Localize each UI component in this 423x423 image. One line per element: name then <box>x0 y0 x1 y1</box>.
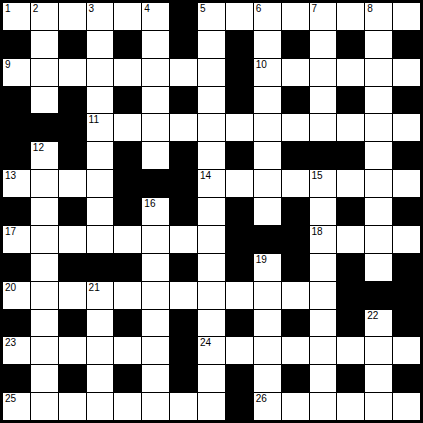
cell-r9c3[interactable] <box>59 226 86 253</box>
cell-r11c3[interactable] <box>59 282 86 309</box>
clue-number: 5 <box>200 3 206 14</box>
cell-r2c14[interactable] <box>365 31 392 58</box>
clue-number: 22 <box>367 310 378 321</box>
clue-number: 2 <box>33 3 39 14</box>
cell-r7c3[interactable] <box>59 170 86 197</box>
clue-number: 17 <box>5 226 16 237</box>
clue-number: 19 <box>256 254 267 265</box>
cell-r3c10[interactable]: 10 <box>254 59 281 86</box>
cell-r1c3[interactable] <box>59 3 86 30</box>
cell-r5c14[interactable] <box>365 114 392 141</box>
cell-r15c5[interactable] <box>114 393 141 420</box>
cell-r14c10[interactable] <box>254 365 281 392</box>
black-cell-r6c7 <box>170 142 197 169</box>
black-cell-r12c9 <box>226 310 253 337</box>
cell-r5c8[interactable] <box>198 114 225 141</box>
cell-r11c8[interactable] <box>198 282 225 309</box>
black-cell-r6c1 <box>3 142 30 169</box>
cell-r14c12[interactable] <box>310 365 337 392</box>
black-cell-r8c13 <box>337 198 364 225</box>
cell-r15c6[interactable] <box>142 393 169 420</box>
black-cell-r2c9 <box>226 31 253 58</box>
cell-r14c8[interactable] <box>198 365 225 392</box>
black-cell-r12c1 <box>3 310 30 337</box>
cell-r8c14[interactable] <box>365 198 392 225</box>
clue-number: 21 <box>89 282 100 293</box>
cell-r4c14[interactable] <box>365 87 392 114</box>
cell-r1c2[interactable]: 2 <box>31 3 58 30</box>
cell-r3c6[interactable] <box>142 59 169 86</box>
black-cell-r4c11 <box>282 87 309 114</box>
cell-r8c8[interactable] <box>198 198 225 225</box>
black-cell-r4c7 <box>170 87 197 114</box>
cell-r9c2[interactable] <box>31 226 58 253</box>
cell-r14c14[interactable] <box>365 365 392 392</box>
cell-r7c4[interactable] <box>87 170 114 197</box>
cell-r14c6[interactable] <box>142 365 169 392</box>
cell-r3c13[interactable] <box>337 59 364 86</box>
cell-r9c12[interactable]: 18 <box>310 226 337 253</box>
cell-r9c4[interactable] <box>87 226 114 253</box>
black-cell-r14c15 <box>393 365 420 392</box>
black-cell-r2c5 <box>114 31 141 58</box>
clue-number: 9 <box>5 59 11 70</box>
cell-r7c12[interactable]: 15 <box>310 170 337 197</box>
cell-r11c9[interactable] <box>226 282 253 309</box>
black-cell-r4c13 <box>337 87 364 114</box>
cell-r2c12[interactable] <box>310 31 337 58</box>
cell-r13c6[interactable] <box>142 337 169 364</box>
black-cell-r12c11 <box>282 310 309 337</box>
clue-number: 3 <box>89 3 95 14</box>
black-cell-r7c7 <box>170 170 197 197</box>
cell-r5c11[interactable] <box>282 114 309 141</box>
cell-r3c7[interactable] <box>170 59 197 86</box>
cell-r15c1[interactable]: 25 <box>3 393 30 420</box>
black-cell-r9c11 <box>282 226 309 253</box>
cell-r13c1[interactable]: 23 <box>3 337 30 364</box>
cell-r15c8[interactable] <box>198 393 225 420</box>
cell-r5c9[interactable] <box>226 114 253 141</box>
cell-r15c11[interactable] <box>282 393 309 420</box>
cell-r12c2[interactable] <box>31 310 58 337</box>
cell-r13c13[interactable] <box>337 337 364 364</box>
cell-r1c4[interactable]: 3 <box>87 3 114 30</box>
cell-r6c10[interactable] <box>254 142 281 169</box>
cell-r5c10[interactable] <box>254 114 281 141</box>
black-cell-r7c6 <box>142 170 169 197</box>
black-cell-r2c3 <box>59 31 86 58</box>
black-cell-r9c10 <box>254 226 281 253</box>
black-cell-r12c13 <box>337 310 364 337</box>
cell-r3c15[interactable] <box>393 59 420 86</box>
cell-r10c14[interactable] <box>365 254 392 281</box>
cell-r6c8[interactable] <box>198 142 225 169</box>
clue-number: 4 <box>144 3 150 14</box>
cell-r9c1[interactable]: 17 <box>3 226 30 253</box>
cell-r1c1[interactable]: 1 <box>3 3 30 30</box>
cell-r13c15[interactable] <box>393 337 420 364</box>
black-cell-r12c3 <box>59 310 86 337</box>
clue-number: 11 <box>89 114 99 125</box>
cell-r2c4[interactable] <box>87 31 114 58</box>
cell-r5c12[interactable] <box>310 114 337 141</box>
black-cell-r14c5 <box>114 365 141 392</box>
cell-r9c13[interactable] <box>337 226 364 253</box>
cell-r4c2[interactable] <box>31 87 58 114</box>
cell-r3c11[interactable] <box>282 59 309 86</box>
black-cell-r1c7 <box>170 3 197 30</box>
clue-number: 14 <box>200 170 211 181</box>
cell-r12c10[interactable] <box>254 310 281 337</box>
cell-r9c7[interactable] <box>170 226 197 253</box>
black-cell-r10c11 <box>282 254 309 281</box>
black-cell-r2c1 <box>3 31 30 58</box>
black-cell-r14c1 <box>3 365 30 392</box>
cell-r10c6[interactable] <box>142 254 169 281</box>
clue-number: 20 <box>5 282 16 293</box>
black-cell-r6c5 <box>114 142 141 169</box>
cell-r12c6[interactable] <box>142 310 169 337</box>
cell-r10c8[interactable] <box>198 254 225 281</box>
cell-r2c6[interactable] <box>142 31 169 58</box>
clue-number: 1 <box>5 3 11 14</box>
cell-r13c14[interactable] <box>365 337 392 364</box>
cell-r15c3[interactable] <box>59 393 86 420</box>
black-cell-r14c9 <box>226 365 253 392</box>
clue-number: 24 <box>200 337 211 348</box>
cell-r1c11[interactable] <box>282 3 309 30</box>
black-cell-r7c5 <box>114 170 141 197</box>
cell-r13c4[interactable] <box>87 337 114 364</box>
black-cell-r9c9 <box>226 226 253 253</box>
black-cell-r4c3 <box>59 87 86 114</box>
cell-r2c2[interactable] <box>31 31 58 58</box>
black-cell-r6c12 <box>310 142 337 169</box>
cell-r13c8[interactable]: 24 <box>198 337 225 364</box>
black-cell-r15c9 <box>226 393 253 420</box>
clue-number: 16 <box>144 198 155 209</box>
cell-r7c2[interactable] <box>31 170 58 197</box>
black-cell-r8c9 <box>226 198 253 225</box>
cell-r12c8[interactable] <box>198 310 225 337</box>
cell-r7c13[interactable] <box>337 170 364 197</box>
cell-r13c10[interactable] <box>254 337 281 364</box>
cell-r1c6[interactable]: 4 <box>142 3 169 30</box>
cell-r10c10[interactable]: 19 <box>254 254 281 281</box>
cell-r7c10[interactable] <box>254 170 281 197</box>
black-cell-r2c11 <box>282 31 309 58</box>
black-cell-r12c5 <box>114 310 141 337</box>
black-cell-r10c13 <box>337 254 364 281</box>
cell-r1c15[interactable] <box>393 3 420 30</box>
cell-r13c2[interactable] <box>31 337 58 364</box>
cell-r11c6[interactable] <box>142 282 169 309</box>
cell-r11c7[interactable] <box>170 282 197 309</box>
clue-number: 18 <box>312 226 323 237</box>
black-cell-r13c7 <box>170 337 197 364</box>
cell-r15c12[interactable] <box>310 393 337 420</box>
black-cell-r14c3 <box>59 365 86 392</box>
cell-r11c11[interactable] <box>282 282 309 309</box>
cell-r7c1[interactable]: 13 <box>3 170 30 197</box>
black-cell-r5c2 <box>31 114 58 141</box>
black-cell-r2c13 <box>337 31 364 58</box>
cell-r3c5[interactable] <box>114 59 141 86</box>
cell-r8c10[interactable] <box>254 198 281 225</box>
cell-r3c8[interactable] <box>198 59 225 86</box>
clue-number: 25 <box>5 393 16 404</box>
black-cell-r10c7 <box>170 254 197 281</box>
black-cell-r6c15 <box>393 142 420 169</box>
cell-r11c12[interactable] <box>310 282 337 309</box>
black-cell-r4c15 <box>393 87 420 114</box>
cell-r9c5[interactable] <box>114 226 141 253</box>
black-cell-r8c7 <box>170 198 197 225</box>
black-cell-r4c5 <box>114 87 141 114</box>
cell-r11c1[interactable]: 20 <box>3 282 30 309</box>
cell-r13c11[interactable] <box>282 337 309 364</box>
cell-r15c13[interactable] <box>337 393 364 420</box>
black-cell-r11c13 <box>337 282 364 309</box>
cell-r8c2[interactable] <box>31 198 58 225</box>
black-cell-r6c9 <box>226 142 253 169</box>
cell-r7c8[interactable]: 14 <box>198 170 225 197</box>
cell-r15c2[interactable] <box>31 393 58 420</box>
clue-number: 8 <box>367 3 373 14</box>
black-cell-r12c7 <box>170 310 197 337</box>
black-cell-r2c7 <box>170 31 197 58</box>
cell-r1c12[interactable]: 7 <box>310 3 337 30</box>
cell-r9c8[interactable] <box>198 226 225 253</box>
cell-r3c2[interactable] <box>31 59 58 86</box>
clue-number: 12 <box>33 142 44 153</box>
cell-r3c1[interactable]: 9 <box>3 59 30 86</box>
cell-r10c12[interactable] <box>310 254 337 281</box>
cell-r7c15[interactable] <box>393 170 420 197</box>
cell-r7c9[interactable] <box>226 170 253 197</box>
cell-r12c4[interactable] <box>87 310 114 337</box>
black-cell-r14c11 <box>282 365 309 392</box>
cell-r15c10[interactable]: 26 <box>254 393 281 420</box>
cell-r4c8[interactable] <box>198 87 225 114</box>
black-cell-r8c5 <box>114 198 141 225</box>
cell-r3c14[interactable] <box>365 59 392 86</box>
cell-r5c5[interactable] <box>114 114 141 141</box>
cell-r6c4[interactable] <box>87 142 114 169</box>
black-cell-r3c9 <box>226 59 253 86</box>
clue-number: 26 <box>256 393 267 404</box>
cell-r8c4[interactable] <box>87 198 114 225</box>
black-cell-r6c11 <box>282 142 309 169</box>
cell-r13c9[interactable] <box>226 337 253 364</box>
black-cell-r10c9 <box>226 254 253 281</box>
clue-number: 6 <box>256 3 262 14</box>
black-cell-r8c3 <box>59 198 86 225</box>
cell-r5c7[interactable] <box>170 114 197 141</box>
black-cell-r14c13 <box>337 365 364 392</box>
cell-r11c10[interactable] <box>254 282 281 309</box>
black-cell-r10c5 <box>114 254 141 281</box>
black-cell-r5c1 <box>3 114 30 141</box>
black-cell-r6c13 <box>337 142 364 169</box>
clue-number: 23 <box>5 337 16 348</box>
cell-r4c10[interactable] <box>254 87 281 114</box>
black-cell-r6c3 <box>59 142 86 169</box>
black-cell-r11c15 <box>393 282 420 309</box>
cell-r13c3[interactable] <box>59 337 86 364</box>
cell-r12c12[interactable] <box>310 310 337 337</box>
cell-r1c9[interactable] <box>226 3 253 30</box>
cell-r15c4[interactable] <box>87 393 114 420</box>
cell-r15c14[interactable] <box>365 393 392 420</box>
cell-r13c12[interactable] <box>310 337 337 364</box>
cell-r6c2[interactable]: 12 <box>31 142 58 169</box>
black-cell-r5c3 <box>59 114 86 141</box>
black-cell-r8c11 <box>282 198 309 225</box>
cell-r5c4[interactable]: 11 <box>87 114 114 141</box>
cell-r15c15[interactable] <box>393 393 420 420</box>
crossword-grid: 1234567891011121314151617181920212223242… <box>0 0 423 423</box>
black-cell-r8c1 <box>3 198 30 225</box>
cell-r3c4[interactable] <box>87 59 114 86</box>
cell-r8c12[interactable] <box>310 198 337 225</box>
clue-number: 15 <box>312 170 323 181</box>
cell-r11c2[interactable] <box>31 282 58 309</box>
cell-r6c6[interactable] <box>142 142 169 169</box>
cell-r14c4[interactable] <box>87 365 114 392</box>
cell-r13c5[interactable] <box>114 337 141 364</box>
black-cell-r11c14 <box>365 282 392 309</box>
cell-r3c12[interactable] <box>310 59 337 86</box>
cell-r11c5[interactable] <box>114 282 141 309</box>
cell-r9c14[interactable] <box>365 226 392 253</box>
cell-r4c6[interactable] <box>142 87 169 114</box>
cell-r6c14[interactable] <box>365 142 392 169</box>
clue-number: 7 <box>312 3 318 14</box>
black-cell-r10c4 <box>87 254 114 281</box>
cell-r1c5[interactable] <box>114 3 141 30</box>
cell-r1c8[interactable]: 5 <box>198 3 225 30</box>
cell-r7c11[interactable] <box>282 170 309 197</box>
clue-number: 13 <box>5 170 16 181</box>
cell-r12c14[interactable]: 22 <box>365 310 392 337</box>
cell-r7c14[interactable] <box>365 170 392 197</box>
cell-r9c15[interactable] <box>393 226 420 253</box>
cell-r1c10[interactable]: 6 <box>254 3 281 30</box>
cell-r8c6[interactable]: 16 <box>142 198 169 225</box>
cell-r1c14[interactable]: 8 <box>365 3 392 30</box>
cell-r2c8[interactable] <box>198 31 225 58</box>
black-cell-r14c7 <box>170 365 197 392</box>
black-cell-r10c1 <box>3 254 30 281</box>
cell-r5c6[interactable] <box>142 114 169 141</box>
cell-r5c15[interactable] <box>393 114 420 141</box>
black-cell-r2c15 <box>393 31 420 58</box>
cell-r15c7[interactable] <box>170 393 197 420</box>
cell-r11c4[interactable]: 21 <box>87 282 114 309</box>
black-cell-r10c15 <box>393 254 420 281</box>
cell-r2c10[interactable] <box>254 31 281 58</box>
cell-r14c2[interactable] <box>31 365 58 392</box>
cell-r4c12[interactable] <box>310 87 337 114</box>
black-cell-r12c15 <box>393 310 420 337</box>
black-cell-r4c9 <box>226 87 253 114</box>
black-cell-r4c1 <box>3 87 30 114</box>
clue-number: 10 <box>256 59 267 70</box>
black-cell-r10c3 <box>59 254 86 281</box>
cell-r4c4[interactable] <box>87 87 114 114</box>
cell-r10c2[interactable] <box>31 254 58 281</box>
cell-r3c3[interactable] <box>59 59 86 86</box>
cell-r9c6[interactable] <box>142 226 169 253</box>
cell-r1c13[interactable] <box>337 3 364 30</box>
cell-r5c13[interactable] <box>337 114 364 141</box>
black-cell-r8c15 <box>393 198 420 225</box>
